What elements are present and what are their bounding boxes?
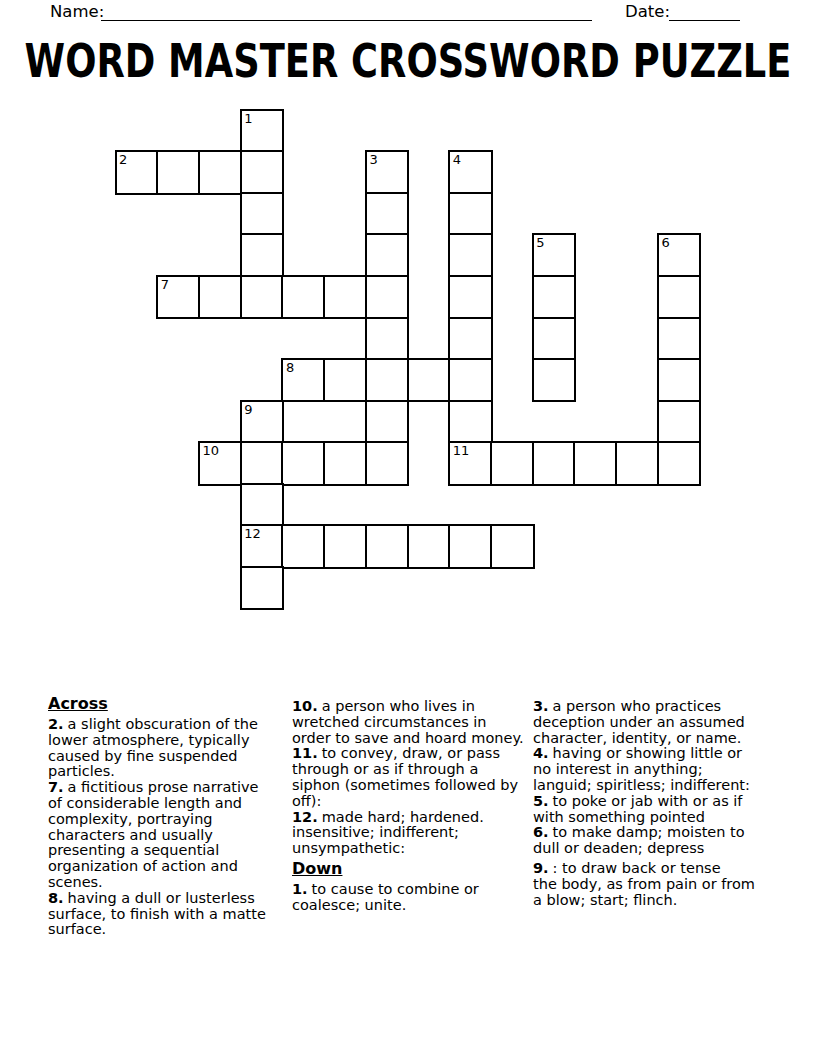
grid-cell[interactable] bbox=[657, 317, 702, 361]
grid-cell[interactable] bbox=[365, 400, 410, 444]
grid-cell[interactable] bbox=[323, 358, 368, 402]
grid-cell[interactable] bbox=[240, 275, 285, 319]
clue-number: 3. bbox=[533, 698, 553, 714]
grid-cell[interactable] bbox=[323, 524, 368, 568]
grid-cell-6[interactable]: 6 bbox=[657, 233, 702, 277]
down-header: Down bbox=[292, 859, 534, 878]
grid-cell[interactable] bbox=[657, 400, 702, 444]
across-header: Across bbox=[48, 694, 290, 713]
date-label: Date: bbox=[625, 2, 670, 21]
clue-number: 4. bbox=[533, 745, 553, 761]
clue-number: 1. bbox=[292, 881, 312, 897]
grid-cell[interactable] bbox=[573, 441, 618, 485]
clue-number: 6. bbox=[533, 824, 553, 840]
clue-text: to make damp; moisten to dull or deaden;… bbox=[533, 824, 745, 856]
clue-text: a fictitious prose narrative of consider… bbox=[48, 779, 259, 890]
clue-number: 2. bbox=[48, 716, 68, 732]
grid-cell[interactable] bbox=[532, 441, 577, 485]
clue-across-12: 12.made hard; hardened. insensitive; ind… bbox=[292, 810, 534, 857]
grid-cell[interactable] bbox=[240, 441, 285, 485]
grid-cell[interactable] bbox=[657, 358, 702, 402]
cell-number: 7 bbox=[161, 277, 169, 292]
grid-cell[interactable] bbox=[281, 524, 326, 568]
grid-cell[interactable] bbox=[365, 275, 410, 319]
clue-across-8: 8.having a dull or lusterless surface, t… bbox=[48, 891, 290, 938]
grid-cell-3[interactable]: 3 bbox=[365, 150, 410, 194]
grid-cell-10[interactable]: 10 bbox=[198, 441, 243, 485]
grid-cell[interactable] bbox=[365, 192, 410, 236]
grid-cell[interactable] bbox=[532, 275, 577, 319]
clue-number: 7. bbox=[48, 779, 68, 795]
clue-down-3: 3.a person who practices deception under… bbox=[533, 699, 775, 746]
grid-cell[interactable] bbox=[240, 566, 285, 610]
name-label: Name: bbox=[50, 2, 104, 21]
clue-text: having a dull or lusterless surface, to … bbox=[48, 890, 266, 938]
grid-cell-2[interactable]: 2 bbox=[115, 150, 160, 194]
clue-across-7: 7.a fictitious prose narrative of consid… bbox=[48, 780, 290, 891]
clue-across-11: 11.to convey, draw, or pass through or a… bbox=[292, 746, 534, 809]
clues-column-1: Across 2.a slight obscuration of the low… bbox=[48, 694, 290, 938]
grid-cell[interactable] bbox=[448, 358, 493, 402]
clue-text: to poke or jab with or as if with someth… bbox=[533, 793, 742, 825]
grid-cell[interactable] bbox=[532, 317, 577, 361]
clue-down-1: 1.to cause to combine or coalesce; unite… bbox=[292, 882, 534, 914]
crossword-grid: 123456789101112 bbox=[116, 110, 700, 609]
grid-cell[interactable] bbox=[323, 275, 368, 319]
grid-cell[interactable] bbox=[198, 150, 243, 194]
clue-across-10: 10.a person who lives in wretched circum… bbox=[292, 699, 534, 746]
clue-text: a person who practices deception under a… bbox=[533, 698, 745, 746]
grid-cell[interactable] bbox=[490, 524, 535, 568]
clue-text: made hard; hardened. insensitive; indiff… bbox=[292, 809, 484, 857]
clue-number: 9. bbox=[533, 860, 553, 876]
clues-column-3: 3.a person who practices deception under… bbox=[533, 699, 775, 908]
clue-number: 11. bbox=[292, 745, 322, 761]
grid-cell[interactable] bbox=[448, 400, 493, 444]
clue-text: having or showing little or no interest … bbox=[533, 745, 750, 793]
grid-cell[interactable] bbox=[448, 524, 493, 568]
clue-number: 8. bbox=[48, 890, 68, 906]
clues-column-2: 10.a person who lives in wretched circum… bbox=[292, 699, 534, 914]
grid-cell-8[interactable]: 8 bbox=[281, 358, 326, 402]
grid-cell[interactable] bbox=[281, 275, 326, 319]
grid-cell[interactable] bbox=[365, 524, 410, 568]
grid-cell[interactable] bbox=[240, 233, 285, 277]
grid-cell[interactable] bbox=[365, 358, 410, 402]
grid-cell-1[interactable]: 1 bbox=[240, 109, 285, 153]
clue-down-5: 5.to poke or jab with or as if with some… bbox=[533, 794, 775, 826]
clue-text: to cause to combine or coalesce; unite. bbox=[292, 881, 479, 913]
grid-cell[interactable] bbox=[448, 317, 493, 361]
cell-number: 1 bbox=[244, 111, 252, 126]
cell-number: 10 bbox=[203, 443, 220, 458]
clue-text: to convey, draw, or pass through or as i… bbox=[292, 745, 518, 808]
grid-cell[interactable] bbox=[365, 441, 410, 485]
cell-number: 11 bbox=[453, 443, 470, 458]
clue-across-2: 2.a slight obscuration of the lower atmo… bbox=[48, 717, 290, 780]
clue-text: : to draw back or tense the body, as fro… bbox=[533, 860, 755, 908]
grid-cell[interactable] bbox=[407, 524, 452, 568]
grid-cell-5[interactable]: 5 bbox=[532, 233, 577, 277]
grid-cell-9[interactable]: 9 bbox=[240, 400, 285, 444]
grid-cell-7[interactable]: 7 bbox=[156, 275, 201, 319]
grid-cell[interactable] bbox=[615, 441, 660, 485]
grid-cell[interactable] bbox=[407, 358, 452, 402]
grid-cell[interactable] bbox=[365, 233, 410, 277]
grid-cell[interactable] bbox=[156, 150, 201, 194]
clue-number: 10. bbox=[292, 698, 322, 714]
worksheet-page: { "game": "crossword", "header": { "name… bbox=[0, 0, 816, 1056]
clue-down-6: 6.to make damp; moisten to dull or deade… bbox=[533, 825, 775, 857]
grid-cell[interactable] bbox=[365, 317, 410, 361]
grid-cell[interactable] bbox=[240, 483, 285, 527]
cell-number: 3 bbox=[369, 152, 377, 167]
cell-number: 5 bbox=[536, 235, 544, 250]
grid-cell-12[interactable]: 12 bbox=[240, 524, 285, 568]
clue-down-4: 4.having or showing little or no interes… bbox=[533, 746, 775, 793]
cell-number: 6 bbox=[661, 235, 669, 250]
clue-number: 5. bbox=[533, 793, 553, 809]
clue-down-9: 9.: to draw back or tense the body, as f… bbox=[533, 861, 775, 908]
date-blank-line[interactable] bbox=[669, 4, 740, 21]
grid-cell[interactable] bbox=[323, 441, 368, 485]
clue-number: 12. bbox=[292, 809, 322, 825]
cell-number: 4 bbox=[453, 152, 461, 167]
name-blank-line[interactable] bbox=[101, 4, 592, 21]
grid-cell-4[interactable]: 4 bbox=[448, 150, 493, 194]
grid-cell[interactable] bbox=[198, 275, 243, 319]
cell-number: 8 bbox=[286, 360, 294, 375]
grid-cell[interactable] bbox=[240, 150, 285, 194]
grid-cell[interactable] bbox=[281, 441, 326, 485]
clue-text: a slight obscuration of the lower atmosp… bbox=[48, 716, 258, 779]
grid-cell[interactable] bbox=[448, 192, 493, 236]
grid-cell[interactable] bbox=[448, 233, 493, 277]
cell-number: 2 bbox=[119, 152, 127, 167]
clue-text: a person who lives in wretched circumsta… bbox=[292, 698, 524, 746]
grid-cell[interactable] bbox=[240, 192, 285, 236]
grid-cell[interactable] bbox=[448, 275, 493, 319]
grid-cell[interactable] bbox=[532, 358, 577, 402]
grid-cell[interactable] bbox=[657, 275, 702, 319]
cell-number: 12 bbox=[244, 526, 261, 541]
grid-cell[interactable] bbox=[490, 441, 535, 485]
page-title: WORD MASTER CROSSWORD PUZZLE bbox=[25, 38, 792, 84]
cell-number: 9 bbox=[244, 402, 252, 417]
grid-cell-11[interactable]: 11 bbox=[448, 441, 493, 485]
grid-cell[interactable] bbox=[657, 441, 702, 485]
